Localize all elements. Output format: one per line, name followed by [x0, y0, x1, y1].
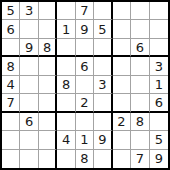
empty-cell-r8c8[interactable]: [131, 131, 149, 149]
empty-cell-r2c8[interactable]: [131, 20, 149, 38]
empty-cell-r3c5[interactable]: [76, 39, 94, 57]
empty-cell-r9c6[interactable]: [94, 150, 112, 168]
empty-cell-r8c1[interactable]: [2, 131, 20, 149]
given-cell-r9c8: 7: [131, 150, 149, 168]
given-cell-r7c7: 2: [113, 113, 131, 131]
empty-cell-r9c4[interactable]: [57, 150, 75, 168]
given-cell-r3c2: 9: [20, 39, 38, 57]
given-cell-r5c9: 1: [150, 76, 168, 94]
empty-cell-r6c2[interactable]: [20, 94, 38, 112]
empty-cell-r8c7[interactable]: [113, 131, 131, 149]
empty-cell-r3c6[interactable]: [94, 39, 112, 57]
given-cell-r5c1: 4: [2, 76, 20, 94]
empty-cell-r1c3[interactable]: [39, 2, 57, 20]
given-cell-r2c1: 6: [2, 20, 20, 38]
given-cell-r1c1: 5: [2, 2, 20, 20]
empty-cell-r9c7[interactable]: [113, 150, 131, 168]
empty-cell-r7c9[interactable]: [150, 113, 168, 131]
empty-cell-r7c3[interactable]: [39, 113, 57, 131]
given-cell-r1c2: 3: [20, 2, 38, 20]
empty-cell-r6c4[interactable]: [57, 94, 75, 112]
given-cell-r3c8: 6: [131, 39, 149, 57]
given-cell-r2c4: 1: [57, 20, 75, 38]
given-cell-r6c9: 6: [150, 94, 168, 112]
empty-cell-r4c6[interactable]: [94, 57, 112, 75]
empty-cell-r3c9[interactable]: [150, 39, 168, 57]
sudoku-page: 537619598686348317266284195879: [0, 0, 170, 170]
given-cell-r2c5: 9: [76, 20, 94, 38]
empty-cell-r4c7[interactable]: [113, 57, 131, 75]
empty-cell-r5c3[interactable]: [39, 76, 57, 94]
empty-cell-r4c2[interactable]: [20, 57, 38, 75]
given-cell-r7c8: 8: [131, 113, 149, 131]
empty-cell-r1c4[interactable]: [57, 2, 75, 20]
empty-cell-r4c4[interactable]: [57, 57, 75, 75]
given-cell-r9c9: 9: [150, 150, 168, 168]
given-cell-r8c5: 1: [76, 131, 94, 149]
sudoku-board: 537619598686348317266284195879: [0, 0, 170, 170]
given-cell-r6c1: 7: [2, 94, 20, 112]
empty-cell-r5c8[interactable]: [131, 76, 149, 94]
empty-cell-r5c7[interactable]: [113, 76, 131, 94]
given-cell-r8c6: 9: [94, 131, 112, 149]
given-cell-r4c5: 6: [76, 57, 94, 75]
given-cell-r5c4: 8: [57, 76, 75, 94]
given-cell-r1c5: 7: [76, 2, 94, 20]
empty-cell-r9c1[interactable]: [2, 150, 20, 168]
empty-cell-r1c6[interactable]: [94, 2, 112, 20]
empty-cell-r8c2[interactable]: [20, 131, 38, 149]
empty-cell-r2c2[interactable]: [20, 20, 38, 38]
empty-cell-r1c9[interactable]: [150, 2, 168, 20]
empty-cell-r1c7[interactable]: [113, 2, 131, 20]
given-cell-r8c9: 5: [150, 131, 168, 149]
given-cell-r4c9: 3: [150, 57, 168, 75]
empty-cell-r3c1[interactable]: [2, 39, 20, 57]
empty-cell-r4c3[interactable]: [39, 57, 57, 75]
given-cell-r3c3: 8: [39, 39, 57, 57]
empty-cell-r6c6[interactable]: [94, 94, 112, 112]
empty-cell-r8c3[interactable]: [39, 131, 57, 149]
empty-cell-r5c2[interactable]: [20, 76, 38, 94]
given-cell-r5c6: 3: [94, 76, 112, 94]
empty-cell-r3c7[interactable]: [113, 39, 131, 57]
empty-cell-r6c3[interactable]: [39, 94, 57, 112]
empty-cell-r5c5[interactable]: [76, 76, 94, 94]
empty-cell-r2c3[interactable]: [39, 20, 57, 38]
given-cell-r9c5: 8: [76, 150, 94, 168]
given-cell-r4c1: 8: [2, 57, 20, 75]
empty-cell-r2c7[interactable]: [113, 20, 131, 38]
empty-cell-r1c8[interactable]: [131, 2, 149, 20]
given-cell-r2c6: 5: [94, 20, 112, 38]
empty-cell-r6c7[interactable]: [113, 94, 131, 112]
empty-cell-r4c8[interactable]: [131, 57, 149, 75]
empty-cell-r7c6[interactable]: [94, 113, 112, 131]
given-cell-r7c2: 6: [20, 113, 38, 131]
empty-cell-r3c4[interactable]: [57, 39, 75, 57]
empty-cell-r9c3[interactable]: [39, 150, 57, 168]
empty-cell-r7c5[interactable]: [76, 113, 94, 131]
empty-cell-r9c2[interactable]: [20, 150, 38, 168]
empty-cell-r6c8[interactable]: [131, 94, 149, 112]
empty-cell-r7c1[interactable]: [2, 113, 20, 131]
empty-cell-r7c4[interactable]: [57, 113, 75, 131]
empty-cell-r2c9[interactable]: [150, 20, 168, 38]
given-cell-r8c4: 4: [57, 131, 75, 149]
given-cell-r6c5: 2: [76, 94, 94, 112]
